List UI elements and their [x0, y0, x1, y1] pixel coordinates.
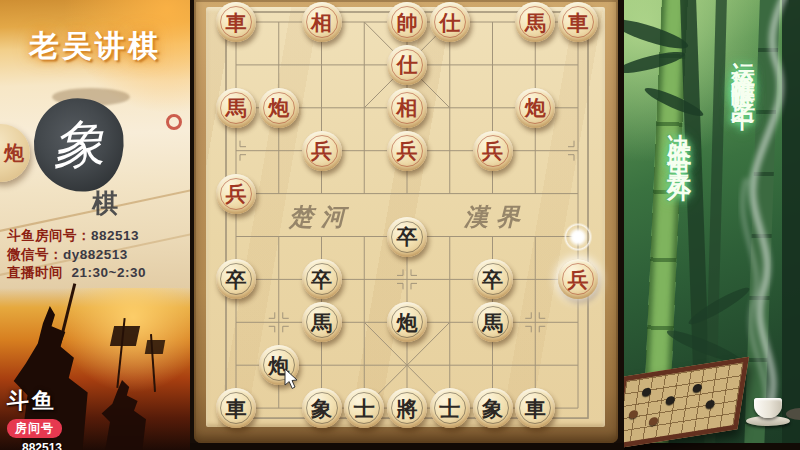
rider-silhouette	[98, 380, 158, 450]
piece-label: 仕	[397, 54, 418, 75]
piece-black-馬[interactable]: 馬	[302, 302, 342, 342]
piece-red-兵[interactable]: 兵	[387, 131, 427, 171]
logo-char-xiang: 象	[52, 109, 106, 181]
piece-label: 兵	[311, 140, 332, 161]
piece-label: 車	[568, 12, 589, 33]
piece-label: 馬	[226, 97, 247, 118]
slogan-left-column: 决胜千里之外	[663, 114, 695, 168]
piece-label: 士	[439, 398, 460, 419]
piece-red-帥[interactable]: 帥	[387, 2, 427, 42]
incense-smoke	[624, 0, 800, 450]
schedule-line: 直播时间 21:30~2:30	[7, 264, 187, 283]
piece-black-卒[interactable]: 卒	[473, 259, 513, 299]
piece-red-兵[interactable]: 兵	[473, 131, 513, 171]
piece-label: 車	[226, 12, 247, 33]
piece-red-馬[interactable]: 馬	[515, 2, 555, 42]
piece-black-士[interactable]: 士	[430, 388, 470, 428]
piece-red-車[interactable]: 車	[558, 2, 598, 42]
piece-black-車[interactable]: 車	[515, 388, 555, 428]
piece-label: 炮	[397, 312, 418, 333]
piece-red-馬[interactable]: 馬	[216, 88, 256, 128]
piece-black-卒[interactable]: 卒	[302, 259, 342, 299]
wechat-line: 微信号：dy882513	[7, 246, 187, 265]
xiangqi-logo-ink-blob: 象	[29, 94, 128, 197]
piece-label: 車	[226, 398, 247, 419]
piece-label: 馬	[311, 312, 332, 333]
piece-black-炮[interactable]: 炮	[387, 302, 427, 342]
war-flag	[110, 326, 140, 346]
piece-black-炮[interactable]: 炮	[259, 345, 299, 385]
piece-red-仕[interactable]: 仕	[387, 45, 427, 85]
piece-red-車[interactable]: 車	[216, 2, 256, 42]
piece-black-象[interactable]: 象	[302, 388, 342, 428]
piece-red-相[interactable]: 相	[302, 2, 342, 42]
piece-label: 卒	[226, 269, 247, 290]
piece-label: 兵	[397, 140, 418, 161]
stream-frame: 老吴讲棋 象 棋 炮 斗鱼房间号：882513 微信号：dy882513 直播时…	[0, 0, 800, 450]
piece-red-炮[interactable]: 炮	[259, 88, 299, 128]
piece-label: 相	[311, 12, 332, 33]
room-badge-number: 882513	[7, 441, 77, 450]
spiral-decor	[166, 114, 182, 130]
piece-label: 兵	[482, 140, 503, 161]
piece-black-卒[interactable]: 卒	[216, 259, 256, 299]
piece-black-士[interactable]: 士	[344, 388, 384, 428]
piece-black-象[interactable]: 象	[473, 388, 513, 428]
douyu-logo-block: 斗鱼 房间号 882513	[7, 386, 77, 450]
piece-red-兵[interactable]: 兵	[302, 131, 342, 171]
piece-label: 象	[311, 398, 332, 419]
piece-label: 卒	[482, 269, 503, 290]
piece-label: 象	[482, 398, 503, 419]
room-number-line: 斗鱼房间号：882513	[7, 227, 187, 246]
piece-red-仕[interactable]: 仕	[430, 2, 470, 42]
piece-label: 車	[525, 398, 546, 419]
piece-label: 兵	[226, 183, 247, 204]
slogan-right-column: 运筹帷幄之中	[727, 42, 759, 96]
piece-red-相[interactable]: 相	[387, 88, 427, 128]
channel-title: 老吴讲棋	[0, 26, 190, 67]
room-info-block: 斗鱼房间号：882513 微信号：dy882513 直播时间 21:30~2:3…	[7, 227, 187, 283]
right-decor-panel: 运筹帷幄之中 决胜千里之外	[624, 0, 800, 450]
xiangqi-board-panel: 楚河 漢界 車相帥仕馬車仕馬炮相炮兵兵兵兵兵卒卒卒卒馬炮馬炮車象士將士象車	[190, 0, 624, 450]
piece-black-車[interactable]: 車	[216, 388, 256, 428]
piece-label: 相	[397, 97, 418, 118]
douyu-brand: 斗鱼	[7, 386, 77, 416]
piece-label: 炮	[525, 97, 546, 118]
piece-label: 將	[397, 398, 418, 419]
piece-label: 仕	[439, 12, 460, 33]
piece-red-兵[interactable]: 兵	[216, 174, 256, 214]
piece-label: 士	[354, 398, 375, 419]
pieces-layer: 車相帥仕馬車仕馬炮相炮兵兵兵兵兵卒卒卒卒馬炮馬炮車象士將士象車	[190, 0, 624, 450]
piece-red-兵[interactable]: 兵	[558, 259, 598, 299]
piece-label: 卒	[311, 269, 332, 290]
left-info-panel: 老吴讲棋 象 棋 炮 斗鱼房间号：882513 微信号：dy882513 直播时…	[0, 0, 190, 450]
piece-label: 帥	[397, 12, 418, 33]
piece-label: 炮	[268, 355, 289, 376]
war-flag	[145, 340, 165, 354]
logo-char-qi: 棋	[92, 186, 118, 221]
room-badge: 房间号	[7, 419, 62, 438]
piece-black-卒[interactable]: 卒	[387, 217, 427, 257]
piece-black-將[interactable]: 將	[387, 388, 427, 428]
decorative-cannon-piece: 炮	[0, 124, 30, 182]
piece-label: 卒	[397, 226, 418, 247]
decorative-cannon-label: 炮	[4, 140, 24, 167]
piece-black-馬[interactable]: 馬	[473, 302, 513, 342]
piece-label: 馬	[525, 12, 546, 33]
piece-label: 兵	[568, 269, 589, 290]
piece-label: 馬	[482, 312, 503, 333]
piece-label: 炮	[268, 97, 289, 118]
piece-red-炮[interactable]: 炮	[515, 88, 555, 128]
